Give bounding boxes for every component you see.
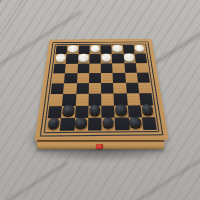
square-r8c4[interactable] <box>88 117 102 130</box>
black-piece[interactable] <box>141 104 154 114</box>
white-piece[interactable] <box>78 54 88 62</box>
square-r3c5[interactable] <box>101 63 113 73</box>
square-r3c3[interactable] <box>77 63 89 73</box>
square-r4c5[interactable] <box>101 73 113 83</box>
square-r7c1[interactable] <box>48 106 63 118</box>
square-r8c3[interactable] <box>74 118 88 131</box>
square-r7c6[interactable] <box>114 105 128 117</box>
square-r4c4[interactable] <box>89 73 101 83</box>
square-r1c6[interactable] <box>112 45 124 54</box>
black-piece[interactable] <box>115 104 127 114</box>
black-piece[interactable] <box>47 117 60 128</box>
square-r7c3[interactable] <box>75 105 89 117</box>
square-r2c1[interactable] <box>54 54 66 63</box>
square-r4c2[interactable] <box>64 73 77 83</box>
white-piece[interactable] <box>124 53 134 61</box>
black-piece[interactable] <box>62 105 74 115</box>
square-r7c5[interactable] <box>101 105 115 117</box>
square-r3c6[interactable] <box>112 63 124 73</box>
black-piece[interactable] <box>89 105 100 115</box>
square-r3c2[interactable] <box>65 63 77 73</box>
square-r5c5[interactable] <box>101 83 114 94</box>
black-piece[interactable] <box>102 117 114 128</box>
square-r7c8[interactable] <box>140 105 155 117</box>
white-piece[interactable] <box>90 45 100 52</box>
checkers-board <box>34 39 168 141</box>
square-r1c4[interactable] <box>89 45 100 54</box>
square-r1c8[interactable] <box>133 45 145 54</box>
square-r5c6[interactable] <box>113 83 126 94</box>
square-r6c6[interactable] <box>114 94 128 106</box>
square-r3c1[interactable] <box>53 63 66 73</box>
square-r8c8[interactable] <box>142 117 157 130</box>
square-r7c7[interactable] <box>127 105 141 117</box>
square-r4c8[interactable] <box>137 72 150 82</box>
square-r2c5[interactable] <box>101 54 113 63</box>
white-piece[interactable] <box>134 45 144 52</box>
square-r8c6[interactable] <box>115 117 129 130</box>
square-r6c8[interactable] <box>139 93 153 105</box>
black-piece[interactable] <box>129 116 142 127</box>
square-r1c2[interactable] <box>67 46 79 55</box>
square-r4c6[interactable] <box>113 73 126 83</box>
square-r4c1[interactable] <box>52 73 65 83</box>
square-r7c4[interactable] <box>88 105 101 117</box>
square-r6c2[interactable] <box>62 94 76 106</box>
square-r6c1[interactable] <box>49 94 63 106</box>
square-r5c1[interactable] <box>51 83 65 94</box>
board-grid <box>46 45 157 131</box>
black-piece[interactable] <box>75 117 87 128</box>
square-r2c8[interactable] <box>134 54 147 63</box>
square-r3c8[interactable] <box>135 63 148 73</box>
square-r5c4[interactable] <box>89 83 102 94</box>
white-piece[interactable] <box>68 45 78 52</box>
white-piece[interactable] <box>101 53 111 61</box>
square-r2c2[interactable] <box>66 54 78 63</box>
square-r6c4[interactable] <box>88 94 101 106</box>
square-r5c3[interactable] <box>76 83 89 94</box>
square-r8c1[interactable] <box>46 118 61 131</box>
white-piece[interactable] <box>55 54 66 62</box>
square-r7c2[interactable] <box>61 106 75 118</box>
board-front-edge <box>37 140 164 149</box>
square-r6c3[interactable] <box>75 94 88 106</box>
square-r8c5[interactable] <box>101 117 115 130</box>
square-r5c2[interactable] <box>63 83 76 94</box>
square-r2c3[interactable] <box>78 54 90 63</box>
square-r4c3[interactable] <box>76 73 88 83</box>
square-r3c4[interactable] <box>89 63 101 73</box>
square-r6c5[interactable] <box>101 94 114 106</box>
square-r5c8[interactable] <box>138 83 152 94</box>
square-r2c6[interactable] <box>112 54 124 63</box>
red-latch-icon <box>96 144 103 149</box>
square-r2c4[interactable] <box>89 54 101 63</box>
square-r8c2[interactable] <box>60 118 75 131</box>
white-piece[interactable] <box>112 45 122 52</box>
